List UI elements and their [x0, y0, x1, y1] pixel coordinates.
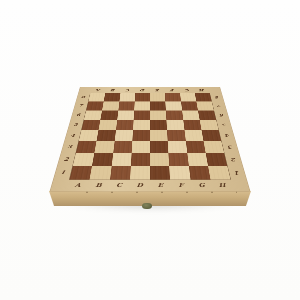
file-label-top-g: G	[181, 87, 194, 93]
file-label-bottom-c: C	[110, 180, 127, 192]
square-d2	[131, 153, 150, 166]
file-label-top-f: F	[166, 87, 178, 93]
square-c2	[111, 153, 131, 166]
square-d7	[134, 102, 150, 111]
square-a1	[70, 166, 93, 180]
square-b4	[97, 130, 116, 141]
square-b7	[102, 102, 119, 111]
square-f6	[166, 110, 183, 119]
square-g3	[186, 141, 206, 153]
square-f2	[169, 153, 189, 166]
file-label-top-h: H	[196, 87, 209, 93]
square-b3	[94, 141, 114, 153]
file-label-top-d: D	[137, 87, 149, 93]
square-f3	[168, 141, 187, 153]
square-e5	[150, 120, 167, 130]
square-d8	[135, 93, 150, 101]
chessboard: AABBCCDDEEFFGGHH1122334455667788	[50, 87, 251, 192]
square-g2	[187, 153, 208, 166]
brass-latch-icon	[142, 203, 152, 209]
square-g8	[180, 93, 196, 101]
square-c6	[117, 110, 134, 119]
square-e1	[150, 166, 170, 180]
square-c3	[113, 141, 132, 153]
square-f1	[169, 166, 190, 180]
rank-label-left-1: 1	[53, 167, 71, 178]
square-d4	[132, 130, 150, 141]
rank-label-right-1: 1	[228, 167, 246, 178]
file-label-top-e: E	[152, 87, 164, 93]
square-b1	[90, 166, 112, 180]
square-e7	[150, 102, 166, 111]
rank-label-right-3: 3	[222, 142, 239, 151]
file-label-top-a: A	[92, 87, 105, 93]
file-label-bottom-e: E	[152, 180, 169, 192]
square-b6	[100, 110, 118, 119]
square-b8	[104, 93, 120, 101]
rank-label-left-4: 4	[65, 131, 81, 140]
square-h8	[195, 93, 212, 101]
rank-label-left-2: 2	[57, 154, 75, 164]
square-a7	[86, 102, 104, 111]
square-d6	[133, 110, 150, 119]
file-label-bottom-g: G	[193, 180, 211, 192]
product-photo-background: AABBCCDDEEFFGGHH1122334455667788	[0, 0, 300, 300]
rank-label-right-8: 8	[210, 94, 224, 100]
file-label-bottom-f: F	[172, 180, 189, 192]
square-b5	[99, 120, 117, 130]
square-h1	[208, 166, 231, 180]
square-d5	[133, 120, 150, 130]
file-label-top-c: C	[122, 87, 134, 93]
square-c1	[110, 166, 131, 180]
square-a4	[79, 130, 99, 141]
rank-label-right-2: 2	[225, 154, 243, 164]
square-a2	[73, 153, 95, 166]
square-f4	[167, 130, 185, 141]
square-c7	[118, 102, 134, 111]
square-d3	[131, 141, 150, 153]
rank-label-left-7: 7	[74, 102, 88, 109]
square-g4	[184, 130, 203, 141]
file-label-bottom-d: D	[131, 180, 148, 192]
file-label-top-b: B	[107, 87, 120, 93]
square-h2	[206, 153, 228, 166]
square-a3	[76, 141, 97, 153]
square-h3	[203, 141, 224, 153]
square-h7	[196, 102, 214, 111]
square-e8	[150, 93, 165, 101]
square-c5	[116, 120, 134, 130]
square-a6	[84, 110, 102, 119]
rank-label-left-3: 3	[61, 142, 78, 151]
fold-seam	[67, 130, 232, 131]
square-h4	[201, 130, 221, 141]
square-a5	[82, 120, 101, 130]
rank-label-right-7: 7	[212, 102, 226, 109]
square-d1	[130, 166, 150, 180]
file-label-bottom-a: A	[68, 180, 87, 192]
square-g6	[182, 110, 200, 119]
square-g7	[181, 102, 198, 111]
rank-label-right-4: 4	[219, 131, 235, 140]
square-e4	[150, 130, 168, 141]
file-label-bottom-h: H	[213, 180, 232, 192]
rank-label-left-6: 6	[71, 111, 86, 118]
square-e6	[150, 110, 167, 119]
square-g5	[183, 120, 201, 130]
square-f8	[165, 93, 181, 101]
file-label-bottom-b: B	[89, 180, 107, 192]
square-e3	[150, 141, 169, 153]
rank-label-right-6: 6	[214, 111, 229, 118]
square-f7	[165, 102, 181, 111]
square-b2	[92, 153, 113, 166]
square-c4	[114, 130, 132, 141]
square-h6	[198, 110, 216, 119]
square-f5	[167, 120, 185, 130]
board-grid	[69, 93, 231, 180]
square-a8	[88, 93, 105, 101]
square-c8	[119, 93, 135, 101]
rank-label-right-5: 5	[217, 121, 232, 129]
square-g1	[189, 166, 211, 180]
square-e2	[150, 153, 169, 166]
square-h5	[200, 120, 219, 130]
rank-label-left-5: 5	[68, 121, 83, 129]
rank-label-left-8: 8	[76, 94, 90, 100]
